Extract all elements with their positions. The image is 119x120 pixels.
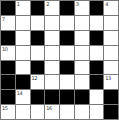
cell-r6c1 [1,75,15,89]
cell-r1c2[interactable]: 1 [16,1,30,15]
clue-number: 4 [105,1,108,7]
cell-r6c5[interactable] [60,75,74,89]
cell-r8c5[interactable] [60,105,74,119]
cell-r4c4[interactable] [45,46,59,60]
cell-r3c7 [90,31,104,45]
crossword-grid: 12347101213141516 [0,0,119,120]
cell-r8c4[interactable]: 16 [45,105,59,119]
clue-number: 15 [2,105,7,111]
clue-number: 14 [17,90,22,96]
cell-r8c2[interactable] [16,105,30,119]
cell-r8c6[interactable] [75,105,89,119]
cell-r2c5[interactable] [60,16,74,30]
cell-r4c7[interactable] [90,46,104,60]
cell-r1c1 [1,1,15,15]
cell-r7c1 [1,90,15,104]
cell-r6c3[interactable]: 12 [31,75,45,89]
cell-r5c5 [60,61,74,75]
cell-r7c2[interactable]: 14 [16,90,30,104]
cell-r6c2 [16,75,30,89]
cell-r3c8[interactable] [104,31,118,45]
cell-r5c4[interactable] [45,61,59,75]
clue-number: 13 [105,75,110,81]
cell-r7c5 [60,90,74,104]
cell-r1c5 [60,1,74,15]
cell-r8c8 [104,105,118,119]
cell-r8c7[interactable] [90,105,104,119]
cell-r5c2[interactable] [16,61,30,75]
cell-r3c4[interactable] [45,31,59,45]
cell-r2c6[interactable] [75,16,89,30]
cell-r4c3[interactable] [31,46,45,60]
cell-r7c6 [75,90,89,104]
cell-r1c6[interactable]: 3 [75,1,89,15]
clue-number: 10 [2,46,7,52]
cell-r6c4[interactable] [45,75,59,89]
cell-r4c6[interactable] [75,46,89,60]
cell-r7c3 [31,90,45,104]
clue-number: 16 [46,105,51,111]
cell-r4c1[interactable]: 10 [1,46,15,60]
cell-r6c6[interactable] [75,75,89,89]
cell-r7c4 [45,90,59,104]
cell-r5c3 [31,61,45,75]
cell-r3c3 [31,31,45,45]
cell-r4c2[interactable] [16,46,30,60]
cell-r2c2[interactable] [16,16,30,30]
cell-r5c8[interactable] [104,61,118,75]
cell-r2c4[interactable] [45,16,59,30]
cell-r4c8[interactable] [104,46,118,60]
cell-r1c3 [31,1,45,15]
cell-r5c7 [90,61,104,75]
cell-r5c1 [1,61,15,75]
cell-r7c8 [104,90,118,104]
cell-r4c5[interactable] [60,46,74,60]
cell-r2c7[interactable] [90,16,104,30]
cell-r3c5 [60,31,74,45]
clue-number: 12 [32,75,37,81]
cell-r8c1[interactable]: 15 [1,105,15,119]
cell-r3c1 [1,31,15,45]
cell-r2c3[interactable] [31,16,45,30]
cell-r3c6[interactable] [75,31,89,45]
cell-r6c8[interactable]: 13 [104,75,118,89]
clue-number: 2 [46,1,49,7]
cell-r2c8[interactable] [104,16,118,30]
clue-number: 7 [2,16,5,22]
cell-r3c2[interactable] [16,31,30,45]
cell-r6c7 [90,75,104,89]
cell-r1c8[interactable]: 4 [104,1,118,15]
cell-r1c4[interactable]: 2 [45,1,59,15]
cell-r8c3[interactable] [31,105,45,119]
clue-number: 1 [17,1,20,7]
cell-r2c1[interactable]: 7 [1,16,15,30]
clue-number: 3 [76,1,79,7]
cell-r1c7 [90,1,104,15]
cell-r7c7[interactable] [90,90,104,104]
cell-r5c6[interactable] [75,61,89,75]
